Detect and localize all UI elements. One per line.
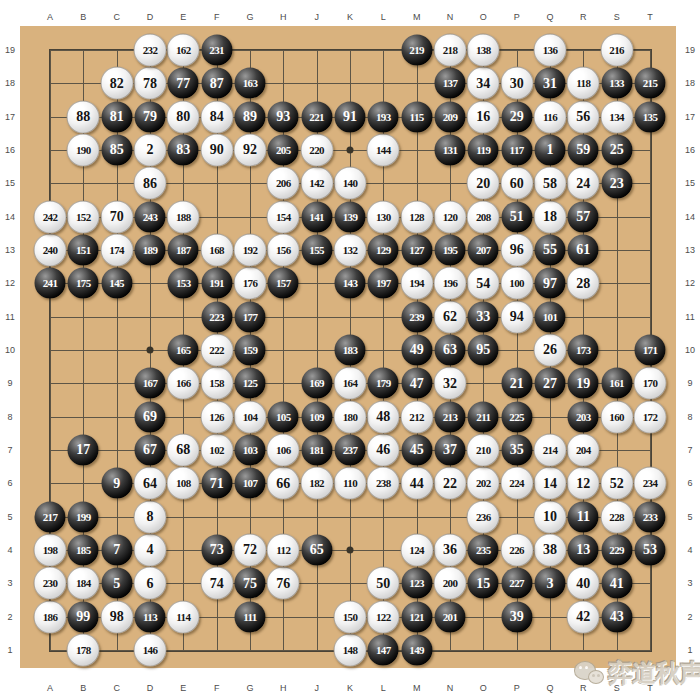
stone-white-q7[interactable]: 214	[533, 433, 566, 466]
move-number: 208	[476, 211, 491, 222]
move-number: 233	[643, 511, 658, 522]
move-number: 226	[509, 544, 524, 555]
stone-black-d9[interactable]: 167	[134, 368, 165, 399]
stone-white-s6[interactable]: 52	[600, 467, 633, 500]
stone-black-t5[interactable]: 233	[634, 501, 665, 532]
stone-black-o16[interactable]: 119	[468, 134, 499, 165]
move-number: 117	[510, 144, 524, 155]
move-number: 114	[176, 611, 190, 622]
stone-black-p2[interactable]: 39	[501, 601, 532, 632]
stone-black-j13[interactable]: 155	[301, 234, 332, 265]
stone-white-r3[interactable]: 40	[567, 567, 600, 600]
stone-white-e9[interactable]: 166	[167, 367, 200, 400]
stone-white-c2[interactable]: 98	[100, 600, 133, 633]
stone-white-f10[interactable]: 222	[200, 333, 233, 366]
stone-white-h6[interactable]: 66	[267, 467, 300, 500]
stone-white-g13[interactable]: 192	[233, 233, 266, 266]
stone-black-r9[interactable]: 19	[568, 368, 599, 399]
move-number: 212	[409, 411, 424, 422]
stone-white-a3[interactable]: 230	[34, 567, 67, 600]
row-label-left-13: 13	[5, 245, 15, 255]
stone-white-r17[interactable]: 56	[567, 100, 600, 133]
stone-white-p18[interactable]: 30	[500, 67, 533, 100]
stone-white-b14[interactable]: 152	[67, 200, 100, 233]
move-number: 134	[609, 111, 624, 122]
stone-white-r2[interactable]: 42	[567, 600, 600, 633]
stone-white-d3[interactable]: 6	[133, 567, 166, 600]
stone-black-f11[interactable]: 223	[201, 301, 232, 332]
row-label-right-18: 18	[685, 78, 695, 88]
stone-white-f16[interactable]: 90	[200, 133, 233, 166]
stone-black-q12[interactable]: 97	[534, 268, 565, 299]
stone-black-c3[interactable]: 5	[101, 568, 132, 599]
stone-white-p6[interactable]: 224	[500, 467, 533, 500]
stone-black-j17[interactable]: 221	[301, 101, 332, 132]
stone-black-l1[interactable]: 147	[368, 634, 399, 665]
move-number: 31	[543, 76, 557, 90]
row-label-left-10: 10	[5, 345, 15, 355]
stone-black-n10[interactable]: 63	[434, 334, 465, 365]
stone-black-s9[interactable]: 161	[601, 368, 632, 399]
stone-black-f19[interactable]: 231	[201, 35, 232, 66]
stone-black-r8[interactable]: 203	[568, 401, 599, 432]
stone-black-m11[interactable]: 239	[401, 301, 432, 332]
stone-white-d15[interactable]: 86	[133, 167, 166, 200]
stone-black-r5[interactable]: 11	[568, 501, 599, 532]
stone-black-g18[interactable]: 163	[234, 68, 265, 99]
move-number: 144	[376, 144, 391, 155]
stone-white-r15[interactable]: 24	[567, 167, 600, 200]
stone-white-o15[interactable]: 20	[467, 167, 500, 200]
stone-black-r13[interactable]: 61	[568, 234, 599, 265]
stone-white-s19[interactable]: 216	[600, 34, 633, 67]
stone-black-p14[interactable]: 51	[501, 201, 532, 232]
stone-black-l17[interactable]: 193	[368, 101, 399, 132]
stone-black-m19[interactable]: 219	[401, 35, 432, 66]
stone-white-o19[interactable]: 138	[467, 34, 500, 67]
stone-white-d5[interactable]: 8	[133, 500, 166, 533]
stone-white-k13[interactable]: 132	[333, 233, 366, 266]
stone-black-t4[interactable]: 53	[634, 534, 665, 565]
stone-white-l7[interactable]: 46	[367, 433, 400, 466]
move-number: 185	[76, 544, 91, 555]
stone-black-d8[interactable]: 69	[134, 401, 165, 432]
stone-white-a14[interactable]: 242	[34, 200, 67, 233]
stone-black-g10[interactable]: 159	[234, 334, 265, 365]
stone-black-h17[interactable]: 93	[268, 101, 299, 132]
stone-white-s5[interactable]: 228	[600, 500, 633, 533]
row-label-right-9: 9	[687, 378, 692, 388]
col-label-top-G: G	[246, 12, 253, 22]
stone-white-d6[interactable]: 64	[133, 467, 166, 500]
stone-black-s2[interactable]: 43	[601, 601, 632, 632]
move-number: 138	[476, 45, 491, 56]
stone-white-d1[interactable]: 146	[133, 633, 166, 666]
stone-black-t10[interactable]: 171	[634, 334, 665, 365]
stone-black-f4[interactable]: 73	[201, 534, 232, 565]
stone-black-q3[interactable]: 3	[534, 568, 565, 599]
stone-white-b1[interactable]: 178	[67, 633, 100, 666]
stone-black-l9[interactable]: 179	[368, 368, 399, 399]
stone-black-a5[interactable]: 217	[35, 501, 66, 532]
stone-white-l6[interactable]: 238	[367, 467, 400, 500]
stone-black-o10[interactable]: 95	[468, 334, 499, 365]
stone-white-q19[interactable]: 136	[533, 34, 566, 67]
move-number: 13	[576, 543, 590, 557]
move-number: 100	[509, 278, 524, 289]
stone-black-a12[interactable]: 241	[35, 268, 66, 299]
stone-black-q11[interactable]: 101	[534, 301, 565, 332]
stone-white-f9[interactable]: 158	[200, 367, 233, 400]
stone-black-t18[interactable]: 215	[634, 68, 665, 99]
move-number: 89	[243, 110, 257, 124]
stone-white-e7[interactable]: 68	[167, 433, 200, 466]
stone-white-e19[interactable]: 162	[167, 34, 200, 67]
stone-white-l16[interactable]: 144	[367, 133, 400, 166]
move-number: 218	[443, 45, 458, 56]
stone-black-k17[interactable]: 91	[334, 101, 365, 132]
stone-white-o5[interactable]: 236	[467, 500, 500, 533]
stone-white-e17[interactable]: 80	[167, 100, 200, 133]
stone-white-p11[interactable]: 94	[500, 300, 533, 333]
stone-white-e2[interactable]: 114	[167, 600, 200, 633]
stone-black-s3[interactable]: 41	[601, 568, 632, 599]
col-label-top-D: D	[147, 12, 154, 22]
stone-black-j9[interactable]: 169	[301, 368, 332, 399]
stone-white-h7[interactable]: 106	[267, 433, 300, 466]
stone-black-o13[interactable]: 207	[468, 234, 499, 265]
stone-black-m2[interactable]: 121	[401, 601, 432, 632]
stone-black-s16[interactable]: 25	[601, 134, 632, 165]
stone-white-n12[interactable]: 196	[433, 267, 466, 300]
stone-white-o17[interactable]: 16	[467, 100, 500, 133]
stone-white-k15[interactable]: 140	[333, 167, 366, 200]
move-number: 177	[243, 311, 258, 322]
move-number: 24	[576, 176, 590, 190]
stone-white-b3[interactable]: 184	[67, 567, 100, 600]
stone-white-h3[interactable]: 76	[267, 567, 300, 600]
stone-black-b5[interactable]: 199	[68, 501, 99, 532]
stone-black-g17[interactable]: 89	[234, 101, 265, 132]
stone-black-d14[interactable]: 243	[134, 201, 165, 232]
col-label-top-N: N	[447, 12, 454, 22]
stone-white-q6[interactable]: 14	[533, 467, 566, 500]
stone-black-h16[interactable]: 205	[268, 134, 299, 165]
stone-black-g11[interactable]: 177	[234, 301, 265, 332]
stone-black-c16[interactable]: 85	[101, 134, 132, 165]
row-label-right-10: 10	[685, 345, 695, 355]
stone-white-j15[interactable]: 142	[300, 167, 333, 200]
move-number: 187	[176, 244, 191, 255]
stone-black-d13[interactable]: 189	[134, 234, 165, 265]
stone-black-m3[interactable]: 123	[401, 568, 432, 599]
stone-black-f12[interactable]: 191	[201, 268, 232, 299]
stone-black-b13[interactable]: 151	[68, 234, 99, 265]
stone-black-n2[interactable]: 201	[434, 601, 465, 632]
stone-white-o14[interactable]: 208	[467, 200, 500, 233]
stone-black-m9[interactable]: 47	[401, 368, 432, 399]
move-number: 40	[576, 576, 590, 590]
stone-black-k12[interactable]: 143	[334, 268, 365, 299]
stone-white-q15[interactable]: 58	[533, 167, 566, 200]
move-number: 103	[243, 444, 258, 455]
stone-white-l14[interactable]: 130	[367, 200, 400, 233]
col-label-bottom-J: J	[314, 683, 319, 693]
stone-white-h4[interactable]: 112	[267, 533, 300, 566]
stone-black-p3[interactable]: 227	[501, 568, 532, 599]
stone-white-n6[interactable]: 22	[433, 467, 466, 500]
stone-white-d4[interactable]: 4	[133, 533, 166, 566]
stone-white-h14[interactable]: 154	[267, 200, 300, 233]
stone-white-k8[interactable]: 180	[333, 400, 366, 433]
stone-white-a4[interactable]: 198	[34, 533, 67, 566]
move-number: 49	[410, 343, 424, 357]
stone-black-n13[interactable]: 195	[434, 234, 465, 265]
stone-white-f3[interactable]: 74	[200, 567, 233, 600]
row-label-left-4: 4	[7, 545, 12, 555]
stone-white-e14[interactable]: 188	[167, 200, 200, 233]
move-number: 188	[176, 211, 191, 222]
move-number: 81	[110, 110, 124, 124]
stone-white-f17[interactable]: 84	[200, 100, 233, 133]
stone-black-e16[interactable]: 83	[168, 134, 199, 165]
stone-black-g6[interactable]: 107	[234, 468, 265, 499]
stone-white-d16[interactable]: 2	[133, 133, 166, 166]
move-number: 38	[543, 543, 557, 557]
stone-white-o7[interactable]: 210	[467, 433, 500, 466]
stone-black-h8[interactable]: 105	[268, 401, 299, 432]
stone-black-m17[interactable]: 115	[401, 101, 432, 132]
stone-white-g12[interactable]: 176	[233, 267, 266, 300]
stone-white-c14[interactable]: 70	[100, 200, 133, 233]
stone-white-m14[interactable]: 128	[400, 200, 433, 233]
stone-white-g8[interactable]: 104	[233, 400, 266, 433]
move-number: 131	[443, 144, 458, 155]
stone-black-j8[interactable]: 109	[301, 401, 332, 432]
stone-white-k2[interactable]: 150	[333, 600, 366, 633]
move-number: 171	[643, 344, 658, 355]
stone-white-b17[interactable]: 88	[67, 100, 100, 133]
stone-black-e12[interactable]: 153	[168, 268, 199, 299]
stone-black-c6[interactable]: 9	[101, 468, 132, 499]
stone-black-m13[interactable]: 127	[401, 234, 432, 265]
move-number: 150	[343, 611, 358, 622]
stone-black-n18[interactable]: 137	[434, 68, 465, 99]
stone-black-m10[interactable]: 49	[401, 334, 432, 365]
stone-black-q13[interactable]: 55	[534, 234, 565, 265]
stone-white-q10[interactable]: 26	[533, 333, 566, 366]
stone-white-k1[interactable]: 148	[333, 633, 366, 666]
stone-black-k14[interactable]: 139	[334, 201, 365, 232]
stone-white-a2[interactable]: 186	[34, 600, 67, 633]
stone-white-n14[interactable]: 120	[433, 200, 466, 233]
stone-white-f8[interactable]: 126	[200, 400, 233, 433]
stone-white-q4[interactable]: 38	[533, 533, 566, 566]
stone-black-n8[interactable]: 213	[434, 401, 465, 432]
stone-white-l8[interactable]: 48	[367, 400, 400, 433]
stone-white-g16[interactable]: 92	[233, 133, 266, 166]
move-number: 242	[43, 211, 58, 222]
stone-white-r7[interactable]: 204	[567, 433, 600, 466]
stone-white-f7[interactable]: 102	[200, 433, 233, 466]
stone-white-e6[interactable]: 108	[167, 467, 200, 500]
move-number: 220	[309, 144, 324, 155]
stone-black-s18[interactable]: 133	[601, 68, 632, 99]
stone-black-d17[interactable]: 79	[134, 101, 165, 132]
stone-white-o18[interactable]: 34	[467, 67, 500, 100]
move-number: 44	[410, 476, 424, 490]
stone-white-k6[interactable]: 110	[333, 467, 366, 500]
stone-black-s15[interactable]: 23	[601, 168, 632, 199]
stone-white-n9[interactable]: 32	[433, 367, 466, 400]
move-number: 71	[210, 476, 224, 490]
stone-black-b7[interactable]: 17	[68, 434, 99, 465]
stone-white-m12[interactable]: 194	[400, 267, 433, 300]
stone-white-n19[interactable]: 218	[433, 34, 466, 67]
stone-black-o8[interactable]: 211	[468, 401, 499, 432]
stone-white-n4[interactable]: 36	[433, 533, 466, 566]
stone-black-q18[interactable]: 31	[534, 68, 565, 99]
stone-black-e10[interactable]: 165	[168, 334, 199, 365]
stone-black-g9[interactable]: 125	[234, 368, 265, 399]
stone-white-n11[interactable]: 62	[433, 300, 466, 333]
stone-white-n3[interactable]: 200	[433, 567, 466, 600]
move-number: 1	[546, 143, 553, 157]
stone-black-p17[interactable]: 29	[501, 101, 532, 132]
stone-white-p12[interactable]: 100	[500, 267, 533, 300]
stone-white-l3[interactable]: 50	[367, 567, 400, 600]
stone-white-q17[interactable]: 116	[533, 100, 566, 133]
stone-black-p7[interactable]: 35	[501, 434, 532, 465]
stone-white-s8[interactable]: 160	[600, 400, 633, 433]
stone-black-t17[interactable]: 135	[634, 101, 665, 132]
stone-white-r12[interactable]: 28	[567, 267, 600, 300]
row-label-left-18: 18	[5, 78, 15, 88]
stone-white-l2[interactable]: 122	[367, 600, 400, 633]
stone-black-n16[interactable]: 131	[434, 134, 465, 165]
move-number: 132	[343, 244, 358, 255]
stone-white-h13[interactable]: 156	[267, 233, 300, 266]
stone-white-c13[interactable]: 174	[100, 233, 133, 266]
stone-black-p9[interactable]: 21	[501, 368, 532, 399]
stone-white-o12[interactable]: 54	[467, 267, 500, 300]
stone-black-b12[interactable]: 175	[68, 268, 99, 299]
stone-white-g4[interactable]: 72	[233, 533, 266, 566]
stone-black-m7[interactable]: 45	[401, 434, 432, 465]
stone-black-g7[interactable]: 103	[234, 434, 265, 465]
stone-black-n17[interactable]: 209	[434, 101, 465, 132]
stone-white-o6[interactable]: 202	[467, 467, 500, 500]
stone-white-j6[interactable]: 182	[300, 467, 333, 500]
stone-black-j7[interactable]: 181	[301, 434, 332, 465]
stone-black-r14[interactable]: 57	[568, 201, 599, 232]
move-number: 147	[376, 644, 391, 655]
stone-white-r18[interactable]: 118	[567, 67, 600, 100]
stone-black-o11[interactable]: 33	[468, 301, 499, 332]
stone-black-q9[interactable]: 27	[534, 368, 565, 399]
stone-black-q16[interactable]: 1	[534, 134, 565, 165]
move-number: 175	[76, 278, 91, 289]
stone-black-r10[interactable]: 173	[568, 334, 599, 365]
stone-white-p4[interactable]: 226	[500, 533, 533, 566]
stone-black-o3[interactable]: 15	[468, 568, 499, 599]
stone-white-k9[interactable]: 164	[333, 367, 366, 400]
stone-black-k7[interactable]: 237	[334, 434, 365, 465]
stone-white-c18[interactable]: 82	[100, 67, 133, 100]
stone-black-b2[interactable]: 99	[68, 601, 99, 632]
stone-white-q14[interactable]: 18	[533, 200, 566, 233]
stone-white-h15[interactable]: 206	[267, 167, 300, 200]
stone-black-e13[interactable]: 187	[168, 234, 199, 265]
stone-black-m1[interactable]: 149	[401, 634, 432, 665]
stone-black-d7[interactable]: 67	[134, 434, 165, 465]
stone-white-t8[interactable]: 172	[633, 400, 666, 433]
move-number: 142	[309, 178, 324, 189]
stone-white-r6[interactable]: 12	[567, 467, 600, 500]
stone-white-t9[interactable]: 170	[633, 367, 666, 400]
move-number: 165	[176, 344, 191, 355]
stone-white-t6[interactable]: 234	[633, 467, 666, 500]
stone-black-f18[interactable]: 87	[201, 68, 232, 99]
move-number: 115	[410, 111, 424, 122]
move-number: 20	[476, 176, 490, 190]
stone-black-l13[interactable]: 129	[368, 234, 399, 265]
stone-black-o4[interactable]: 235	[468, 534, 499, 565]
stone-black-d2[interactable]: 113	[134, 601, 165, 632]
stone-black-p8[interactable]: 225	[501, 401, 532, 432]
stone-white-a13[interactable]: 240	[34, 233, 67, 266]
move-number: 11	[577, 510, 590, 524]
stone-black-k10[interactable]: 183	[334, 334, 365, 365]
move-number: 66	[276, 476, 290, 490]
stone-white-s17[interactable]: 134	[600, 100, 633, 133]
row-label-left-16: 16	[5, 145, 15, 155]
move-number: 15	[476, 576, 490, 590]
stone-black-b4[interactable]: 185	[68, 534, 99, 565]
stone-black-s4[interactable]: 229	[601, 534, 632, 565]
stone-black-g3[interactable]: 75	[234, 568, 265, 599]
move-number: 139	[343, 211, 358, 222]
move-number: 122	[376, 611, 391, 622]
stone-black-j4[interactable]: 65	[301, 534, 332, 565]
stone-white-f13[interactable]: 168	[200, 233, 233, 266]
stone-black-f6[interactable]: 71	[201, 468, 232, 499]
stone-white-p13[interactable]: 96	[500, 233, 533, 266]
stone-black-h12[interactable]: 157	[268, 268, 299, 299]
stone-white-p15[interactable]: 60	[500, 167, 533, 200]
stone-black-p16[interactable]: 117	[501, 134, 532, 165]
stone-black-e18[interactable]: 77	[168, 68, 199, 99]
stone-white-m6[interactable]: 44	[400, 467, 433, 500]
stone-black-c4[interactable]: 7	[101, 534, 132, 565]
stone-white-q5[interactable]: 10	[533, 500, 566, 533]
stone-white-b16[interactable]: 190	[67, 133, 100, 166]
move-number: 161	[609, 378, 624, 389]
stone-black-r16[interactable]: 59	[568, 134, 599, 165]
stone-white-m8[interactable]: 212	[400, 400, 433, 433]
stone-black-c17[interactable]: 81	[101, 101, 132, 132]
stone-white-d18[interactable]: 78	[133, 67, 166, 100]
stone-white-j16[interactable]: 220	[300, 133, 333, 166]
stone-black-n7[interactable]: 37	[434, 434, 465, 465]
stone-black-r4[interactable]: 13	[568, 534, 599, 565]
stone-black-l12[interactable]: 197	[368, 268, 399, 299]
stone-black-c12[interactable]: 145	[101, 268, 132, 299]
stone-black-j14[interactable]: 141	[301, 201, 332, 232]
stone-white-d19[interactable]: 232	[133, 34, 166, 67]
stone-black-g2[interactable]: 111	[234, 601, 265, 632]
stone-white-m4[interactable]: 124	[400, 533, 433, 566]
